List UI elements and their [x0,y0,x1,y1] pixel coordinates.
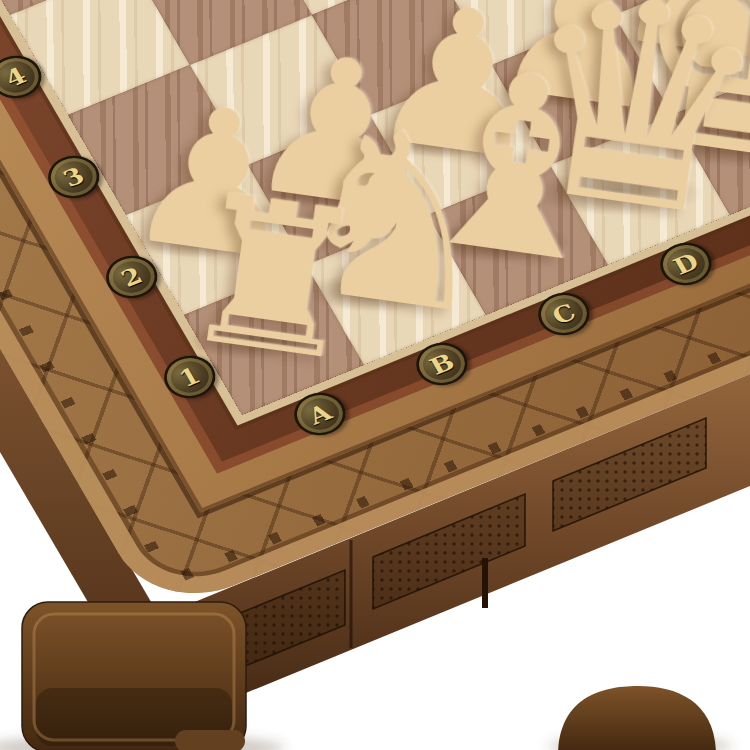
table-foot-right [558,686,716,750]
chess-table-photo: 1234ABCD ♜♞♝♛♚♟♟♟♟♟ [0,0,750,750]
table-leg-foot-roller [175,730,245,750]
drawer-seam [482,558,488,608]
